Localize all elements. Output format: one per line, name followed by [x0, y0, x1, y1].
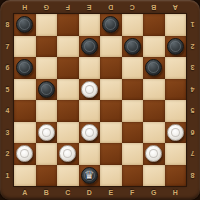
file-label-e: E — [100, 187, 122, 198]
square-f3[interactable] — [122, 122, 144, 144]
square-e6[interactable] — [100, 57, 122, 79]
dark-man[interactable] — [145, 59, 162, 76]
square-b5[interactable] — [36, 79, 58, 101]
crown-icon: ♛ — [82, 168, 97, 183]
square-g2[interactable] — [143, 143, 165, 165]
square-c4[interactable] — [57, 100, 79, 122]
square-h4[interactable] — [165, 100, 187, 122]
dark-man[interactable] — [167, 38, 184, 55]
square-b8[interactable] — [36, 14, 58, 36]
square-g8[interactable] — [143, 14, 165, 36]
square-d6[interactable] — [79, 57, 101, 79]
square-e2[interactable] — [100, 143, 122, 165]
checkers-board: ♛ — [14, 14, 186, 186]
dark-man[interactable] — [81, 38, 98, 55]
file-label-b: B — [36, 187, 58, 198]
rank-label-8: 8 — [2, 14, 13, 36]
file-label-f: F — [57, 2, 79, 13]
square-h1[interactable] — [165, 165, 187, 187]
file-label-f: F — [122, 187, 144, 198]
square-a8[interactable] — [14, 14, 36, 36]
file-label-d: D — [100, 2, 122, 13]
file-label-h: H — [165, 187, 187, 198]
rank-label-1: 1 — [187, 14, 198, 36]
dark-man[interactable] — [124, 38, 141, 55]
rank-labels-left: 87654321 — [2, 14, 13, 186]
file-label-b: B — [143, 2, 165, 13]
square-b1[interactable] — [36, 165, 58, 187]
square-f7[interactable] — [122, 36, 144, 58]
square-g1[interactable] — [143, 165, 165, 187]
dark-man[interactable] — [16, 59, 33, 76]
dark-man[interactable] — [16, 16, 33, 33]
dark-king[interactable]: ♛ — [81, 167, 98, 184]
rank-label-2: 2 — [2, 143, 13, 165]
square-c7[interactable] — [57, 36, 79, 58]
file-label-a: A — [14, 187, 36, 198]
square-c1[interactable] — [57, 165, 79, 187]
rank-label-3: 3 — [2, 122, 13, 144]
board-frame: ABCDEFGH ABCDEFGH 87654321 87654321 ♛ — [0, 0, 200, 200]
file-label-h: H — [14, 2, 36, 13]
square-a1[interactable] — [14, 165, 36, 187]
square-e8[interactable] — [100, 14, 122, 36]
rank-label-6: 6 — [2, 57, 13, 79]
rank-label-1: 1 — [2, 165, 13, 187]
white-man[interactable] — [167, 124, 184, 141]
square-e5[interactable] — [100, 79, 122, 101]
square-h2[interactable] — [165, 143, 187, 165]
square-d3[interactable] — [79, 122, 101, 144]
rank-label-5: 5 — [187, 100, 198, 122]
file-label-c: C — [122, 2, 144, 13]
square-f8[interactable] — [122, 14, 144, 36]
white-man[interactable] — [38, 124, 55, 141]
square-e4[interactable] — [100, 100, 122, 122]
checkers-app: ABCDEFGH ABCDEFGH 87654321 87654321 ♛ — [0, 0, 200, 200]
square-g7[interactable] — [143, 36, 165, 58]
rank-label-2: 2 — [187, 36, 198, 58]
square-c6[interactable] — [57, 57, 79, 79]
square-b4[interactable] — [36, 100, 58, 122]
square-a4[interactable] — [14, 100, 36, 122]
rank-label-4: 4 — [2, 100, 13, 122]
square-a2[interactable] — [14, 143, 36, 165]
square-d8[interactable] — [79, 14, 101, 36]
square-a5[interactable] — [14, 79, 36, 101]
square-c3[interactable] — [57, 122, 79, 144]
square-e1[interactable] — [100, 165, 122, 187]
square-d7[interactable] — [79, 36, 101, 58]
square-d4[interactable] — [79, 100, 101, 122]
square-h8[interactable] — [165, 14, 187, 36]
rank-labels-right: 87654321 — [187, 14, 198, 186]
square-b7[interactable] — [36, 36, 58, 58]
square-f6[interactable] — [122, 57, 144, 79]
dark-man[interactable] — [102, 16, 119, 33]
file-labels-bottom: ABCDEFGH — [14, 187, 186, 198]
white-man[interactable] — [145, 145, 162, 162]
square-h6[interactable] — [165, 57, 187, 79]
rank-label-7: 7 — [187, 143, 198, 165]
rank-label-3: 3 — [187, 57, 198, 79]
file-label-a: A — [165, 2, 187, 13]
square-a6[interactable] — [14, 57, 36, 79]
square-c2[interactable] — [57, 143, 79, 165]
square-c8[interactable] — [57, 14, 79, 36]
dark-man[interactable] — [38, 81, 55, 98]
square-f2[interactable] — [122, 143, 144, 165]
rank-label-8: 8 — [187, 165, 198, 187]
square-e7[interactable] — [100, 36, 122, 58]
rank-label-5: 5 — [2, 79, 13, 101]
square-g6[interactable] — [143, 57, 165, 79]
white-man[interactable] — [59, 145, 76, 162]
square-e3[interactable] — [100, 122, 122, 144]
white-man[interactable] — [16, 145, 33, 162]
rank-label-6: 6 — [187, 122, 198, 144]
file-labels-top: ABCDEFGH — [14, 2, 186, 13]
square-a7[interactable] — [14, 36, 36, 58]
square-a3[interactable] — [14, 122, 36, 144]
rank-label-4: 4 — [187, 79, 198, 101]
square-h7[interactable] — [165, 36, 187, 58]
file-label-c: C — [57, 187, 79, 198]
square-b6[interactable] — [36, 57, 58, 79]
white-man[interactable] — [81, 124, 98, 141]
rank-label-7: 7 — [2, 36, 13, 58]
square-h3[interactable] — [165, 122, 187, 144]
file-label-g: G — [143, 187, 165, 198]
square-d1[interactable]: ♛ — [79, 165, 101, 187]
square-d5[interactable] — [79, 79, 101, 101]
file-label-e: E — [79, 2, 101, 13]
square-d2[interactable] — [79, 143, 101, 165]
square-f4[interactable] — [122, 100, 144, 122]
square-c5[interactable] — [57, 79, 79, 101]
square-g5[interactable] — [143, 79, 165, 101]
square-b2[interactable] — [36, 143, 58, 165]
square-b3[interactable] — [36, 122, 58, 144]
square-g4[interactable] — [143, 100, 165, 122]
square-f5[interactable] — [122, 79, 144, 101]
square-f1[interactable] — [122, 165, 144, 187]
square-h5[interactable] — [165, 79, 187, 101]
square-g3[interactable] — [143, 122, 165, 144]
white-man[interactable] — [81, 81, 98, 98]
file-label-g: G — [36, 2, 58, 13]
file-label-d: D — [79, 187, 101, 198]
